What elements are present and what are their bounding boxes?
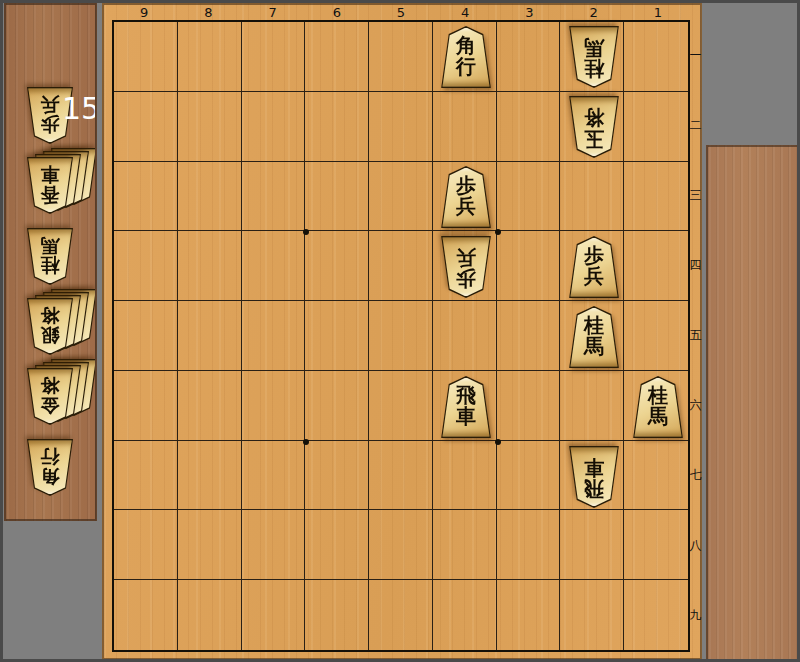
board-cell-8-6[interactable] xyxy=(178,371,242,441)
rank-label-6: 六 xyxy=(689,370,702,440)
file-label-7: 7 xyxy=(240,5,304,20)
rank-label-2: 二 xyxy=(689,90,702,160)
board-cell-3-5[interactable] xyxy=(497,301,561,371)
board-cell-1-3[interactable] xyxy=(624,162,688,232)
board-cell-4-8[interactable] xyxy=(433,510,497,580)
board-cell-5-1[interactable] xyxy=(369,22,433,92)
board-cell-7-8[interactable] xyxy=(242,510,306,580)
board-cell-8-8[interactable] xyxy=(178,510,242,580)
board-cell-3-6[interactable] xyxy=(497,371,561,441)
board-cell-8-4[interactable] xyxy=(178,231,242,301)
file-label-5: 5 xyxy=(369,5,433,20)
file-label-2: 2 xyxy=(562,5,626,20)
piece-rook-46[interactable]: 飛車 xyxy=(439,376,493,438)
board-cell-7-4[interactable] xyxy=(242,231,306,301)
piece-knight-16[interactable]: 桂馬 xyxy=(631,376,685,438)
board-cell-6-4[interactable] xyxy=(305,231,369,301)
board-cell-1-8[interactable] xyxy=(624,510,688,580)
koma-kanji: 金将 xyxy=(25,368,75,425)
file-label-1: 1 xyxy=(626,5,690,20)
koma-kanji: 角行 xyxy=(439,26,493,88)
board-cell-2-3[interactable] xyxy=(560,162,624,232)
board-cell-9-9[interactable] xyxy=(114,580,178,650)
rank-label-8: 八 xyxy=(689,510,702,580)
rank-labels: 一二三四五六七八九 xyxy=(689,20,702,650)
board-cell-7-3[interactable] xyxy=(242,162,306,232)
board-cell-9-7[interactable] xyxy=(114,441,178,511)
board-cell-6-6[interactable] xyxy=(305,371,369,441)
gote-hand-tray: 歩兵15香車桂馬銀将金将角行 xyxy=(4,3,97,521)
koma-kanji: 桂馬 xyxy=(567,26,621,88)
board-cell-9-6[interactable] xyxy=(114,371,178,441)
board-cell-1-2[interactable] xyxy=(624,92,688,162)
piece-rook-27[interactable]: 飛車 xyxy=(567,446,621,508)
board-cell-5-4[interactable] xyxy=(369,231,433,301)
board-cell-5-9[interactable] xyxy=(369,580,433,650)
file-label-9: 9 xyxy=(112,5,176,20)
board-cell-8-9[interactable] xyxy=(178,580,242,650)
board-cell-5-3[interactable] xyxy=(369,162,433,232)
hoshi-dot xyxy=(303,229,309,235)
board-cell-4-2[interactable] xyxy=(433,92,497,162)
board-cell-7-1[interactable] xyxy=(242,22,306,92)
rank-label-5: 五 xyxy=(689,300,702,370)
board-cell-9-1[interactable] xyxy=(114,22,178,92)
board-cell-3-4[interactable] xyxy=(497,231,561,301)
board-cell-2-8[interactable] xyxy=(560,510,624,580)
board-cell-1-7[interactable] xyxy=(624,441,688,511)
board-cell-4-5[interactable] xyxy=(433,301,497,371)
board-cell-8-1[interactable] xyxy=(178,22,242,92)
rank-label-9: 九 xyxy=(689,580,702,650)
board-cell-3-3[interactable] xyxy=(497,162,561,232)
piece-pawn-43[interactable]: 歩兵 xyxy=(439,166,493,228)
board-cell-9-4[interactable] xyxy=(114,231,178,301)
hand-piece-gold[interactable]: 金将 xyxy=(25,368,75,425)
board-cell-9-8[interactable] xyxy=(114,510,178,580)
piece-knight-25[interactable]: 桂馬 xyxy=(567,306,621,368)
koma-kanji: 桂馬 xyxy=(631,376,685,438)
board-cell-2-9[interactable] xyxy=(560,580,624,650)
file-labels: 987654321 xyxy=(112,5,690,20)
koma-kanji: 飛車 xyxy=(567,446,621,508)
koma-kanji: 角行 xyxy=(25,439,75,496)
shogi-app: 歩兵15香車桂馬銀将金将角行 987654321 一二三四五六七八九 角行桂馬玉… xyxy=(0,0,800,662)
rank-label-1: 一 xyxy=(689,20,702,90)
koma-kanji: 歩兵 xyxy=(439,166,493,228)
board-cell-5-6[interactable] xyxy=(369,371,433,441)
koma-kanji: 銀将 xyxy=(25,298,75,355)
board-cell-1-4[interactable] xyxy=(624,231,688,301)
board-cell-8-7[interactable] xyxy=(178,441,242,511)
board-cell-8-2[interactable] xyxy=(178,92,242,162)
board-cell-2-6[interactable] xyxy=(560,371,624,441)
board-cell-1-1[interactable] xyxy=(624,22,688,92)
file-label-4: 4 xyxy=(433,5,497,20)
board-cell-4-9[interactable] xyxy=(433,580,497,650)
koma-kanji: 桂馬 xyxy=(25,228,75,285)
board-cell-5-8[interactable] xyxy=(369,510,433,580)
board-cell-5-5[interactable] xyxy=(369,301,433,371)
board-cell-1-9[interactable] xyxy=(624,580,688,650)
board-cell-8-5[interactable] xyxy=(178,301,242,371)
koma-kanji: 歩兵 xyxy=(439,236,493,298)
rank-label-7: 七 xyxy=(689,440,702,510)
koma-kanji: 桂馬 xyxy=(567,306,621,368)
rank-label-4: 四 xyxy=(689,230,702,300)
board-cell-8-3[interactable] xyxy=(178,162,242,232)
board-cell-9-5[interactable] xyxy=(114,301,178,371)
piece-king-22[interactable]: 玉将 xyxy=(567,96,621,158)
hand-piece-count: 15 xyxy=(62,94,97,124)
hand-piece-bishop[interactable]: 角行 xyxy=(25,439,75,496)
board-cell-3-1[interactable] xyxy=(497,22,561,92)
board-cell-6-3[interactable] xyxy=(305,162,369,232)
piece-knight-21[interactable]: 桂馬 xyxy=(567,26,621,88)
piece-pawn-24[interactable]: 歩兵 xyxy=(567,236,621,298)
board-cell-3-9[interactable] xyxy=(497,580,561,650)
board-cell-1-5[interactable] xyxy=(624,301,688,371)
file-label-3: 3 xyxy=(497,5,561,20)
hand-piece-silver[interactable]: 銀将 xyxy=(25,298,75,355)
board-cell-7-2[interactable] xyxy=(242,92,306,162)
board-cell-7-9[interactable] xyxy=(242,580,306,650)
board-cell-7-6[interactable] xyxy=(242,371,306,441)
board-cell-6-1[interactable] xyxy=(305,22,369,92)
board-cell-7-7[interactable] xyxy=(242,441,306,511)
piece-pawn-44[interactable]: 歩兵 xyxy=(439,236,493,298)
file-label-8: 8 xyxy=(176,5,240,20)
board-cell-5-2[interactable] xyxy=(369,92,433,162)
hoshi-dot xyxy=(495,229,501,235)
board-cell-3-2[interactable] xyxy=(497,92,561,162)
board-cell-3-8[interactable] xyxy=(497,510,561,580)
board-cell-6-5[interactable] xyxy=(305,301,369,371)
board-cell-7-5[interactable] xyxy=(242,301,306,371)
rank-label-3: 三 xyxy=(689,160,702,230)
board-cell-3-7[interactable] xyxy=(497,441,561,511)
koma-kanji: 歩兵 xyxy=(567,236,621,298)
hoshi-dot xyxy=(303,439,309,445)
board-cell-9-2[interactable] xyxy=(114,92,178,162)
board-cell-6-9[interactable] xyxy=(305,580,369,650)
board-cell-9-3[interactable] xyxy=(114,162,178,232)
koma-kanji: 飛車 xyxy=(439,376,493,438)
koma-kanji: 玉将 xyxy=(567,96,621,158)
piece-bishop-41[interactable]: 角行 xyxy=(439,26,493,88)
hand-piece-knight[interactable]: 桂馬 xyxy=(25,228,75,285)
board-cell-5-7[interactable] xyxy=(369,441,433,511)
koma-kanji: 香車 xyxy=(25,157,75,214)
file-label-6: 6 xyxy=(305,5,369,20)
board-cell-6-7[interactable] xyxy=(305,441,369,511)
board-cell-6-2[interactable] xyxy=(305,92,369,162)
hoshi-dot xyxy=(495,439,501,445)
board-panel: 987654321 一二三四五六七八九 角行桂馬玉将歩兵歩兵歩兵桂馬飛車桂馬飛車 xyxy=(102,3,702,660)
board-cell-6-8[interactable] xyxy=(305,510,369,580)
board-cell-4-7[interactable] xyxy=(433,441,497,511)
hand-piece-lance[interactable]: 香車 xyxy=(25,157,75,214)
sente-hand-tray xyxy=(706,145,799,662)
